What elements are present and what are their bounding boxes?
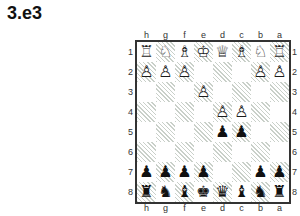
square-h4[interactable]	[137, 102, 156, 122]
square-c7[interactable]	[232, 162, 251, 182]
square-g7[interactable]: ♟	[156, 162, 175, 182]
square-h8[interactable]: ♜	[137, 182, 156, 202]
square-e4[interactable]	[194, 102, 213, 122]
square-h3[interactable]	[137, 82, 156, 102]
square-a7[interactable]: ♟	[270, 162, 289, 182]
black-pawn-g7[interactable]: ♟	[156, 162, 175, 182]
rank-label-right-5: 5	[289, 122, 300, 142]
square-c3[interactable]	[232, 82, 251, 102]
square-b8[interactable]: ♞	[251, 182, 270, 202]
square-g5[interactable]	[156, 122, 175, 142]
rank-label-right-2: 2	[289, 62, 300, 82]
square-e3[interactable]: ♟♙	[194, 82, 213, 102]
square-c6[interactable]	[232, 142, 251, 162]
white-pawn-h2[interactable]: ♟♙	[137, 62, 156, 82]
black-bishop-f8[interactable]: ♝	[175, 182, 194, 202]
rank-label-right-8: 8	[289, 182, 300, 202]
file-label-top-g: g	[156, 29, 175, 42]
white-pawn-a2[interactable]: ♟♙	[270, 62, 289, 82]
rank-label-left-7: 7	[124, 162, 137, 182]
square-f6[interactable]	[175, 142, 194, 162]
file-label-bottom-b: b	[251, 202, 270, 214]
square-b7[interactable]: ♟	[251, 162, 270, 182]
file-label-bottom-c: c	[232, 202, 251, 214]
square-b1[interactable]: ♞♘	[251, 42, 270, 62]
square-b3[interactable]	[251, 82, 270, 102]
square-h5[interactable]	[137, 122, 156, 142]
white-queen-d1[interactable]: ♛♕	[213, 42, 232, 62]
square-a2[interactable]: ♟♙	[270, 62, 289, 82]
black-pawn-e7[interactable]: ♟	[194, 162, 213, 182]
square-a6[interactable]	[270, 142, 289, 162]
rank-label-left-6: 6	[124, 142, 137, 162]
piece-outline-layer: ♖	[137, 42, 156, 62]
square-a5[interactable]	[270, 122, 289, 142]
white-pawn-d4[interactable]: ♟♙	[213, 102, 232, 122]
piece-outline-layer: ♙	[175, 62, 194, 82]
piece-outline-layer: ♙	[137, 62, 156, 82]
square-e1[interactable]: ♚♔	[194, 42, 213, 62]
rank-label-left-2: 2	[124, 62, 137, 82]
file-label-bottom-d: d	[213, 202, 232, 214]
file-label-top-c: c	[232, 29, 251, 42]
square-g3[interactable]	[156, 82, 175, 102]
piece-outline-layer: ♗	[232, 42, 251, 62]
square-f3[interactable]	[175, 82, 194, 102]
black-pawn-b7[interactable]: ♟	[251, 162, 270, 182]
black-rook-a8[interactable]: ♜	[270, 182, 289, 202]
file-label-top-a: a	[270, 29, 289, 42]
square-d5[interactable]: ♟	[213, 122, 232, 142]
black-pawn-f7[interactable]: ♟	[175, 162, 194, 182]
black-pawn-h7[interactable]: ♟	[137, 162, 156, 182]
rank-label-right-4: 4	[289, 102, 300, 122]
square-b2[interactable]: ♟♙	[251, 62, 270, 82]
square-d3[interactable]	[213, 82, 232, 102]
file-label-top-b: b	[251, 29, 270, 42]
chess-board: hhggffeeddccbbaa1122334455667788♜♖♞♘♝♗♚♔…	[124, 29, 300, 214]
square-a8[interactable]: ♜	[270, 182, 289, 202]
square-b5[interactable]	[251, 122, 270, 142]
move-title: 3.e3	[7, 3, 42, 24]
square-h2[interactable]: ♟♙	[137, 62, 156, 82]
square-h1[interactable]: ♜♖	[137, 42, 156, 62]
file-label-top-e: e	[194, 29, 213, 42]
piece-outline-layer: ♗	[175, 42, 194, 62]
file-label-bottom-h: h	[137, 202, 156, 214]
rank-label-right-1: 1	[289, 42, 300, 62]
piece-outline-layer: ♙	[270, 62, 289, 82]
white-rook-a1[interactable]: ♜♖	[270, 42, 289, 62]
file-label-bottom-a: a	[270, 202, 289, 214]
square-f7[interactable]: ♟	[175, 162, 194, 182]
square-c1[interactable]: ♝♗	[232, 42, 251, 62]
file-label-bottom-g: g	[156, 202, 175, 214]
square-c2[interactable]	[232, 62, 251, 82]
rank-label-left-8: 8	[124, 182, 137, 202]
piece-outline-layer: ♘	[251, 42, 270, 62]
square-f4[interactable]	[175, 102, 194, 122]
black-rook-h8[interactable]: ♜	[137, 182, 156, 202]
piece-outline-layer: ♖	[270, 42, 289, 62]
piece-outline-layer: ♘	[156, 42, 175, 62]
rank-label-right-7: 7	[289, 162, 300, 182]
file-label-top-d: d	[213, 29, 232, 42]
black-pawn-c5[interactable]: ♟	[232, 122, 251, 142]
rank-label-right-6: 6	[289, 142, 300, 162]
square-a1[interactable]: ♜♖	[270, 42, 289, 62]
square-h7[interactable]: ♟	[137, 162, 156, 182]
square-d4[interactable]: ♟♙	[213, 102, 232, 122]
white-pawn-c4[interactable]: ♟♙	[232, 102, 251, 122]
black-pawn-a7[interactable]: ♟	[270, 162, 289, 182]
white-pawn-f2[interactable]: ♟♙	[175, 62, 194, 82]
black-knight-g8[interactable]: ♞	[156, 182, 175, 202]
white-pawn-g2[interactable]: ♟♙	[156, 62, 175, 82]
square-g1[interactable]: ♞♘	[156, 42, 175, 62]
square-f2[interactable]: ♟♙	[175, 62, 194, 82]
square-g4[interactable]	[156, 102, 175, 122]
black-knight-b8[interactable]: ♞	[251, 182, 270, 202]
square-f1[interactable]: ♝♗	[175, 42, 194, 62]
piece-outline-layer: ♙	[251, 62, 270, 82]
piece-outline-layer: ♔	[194, 42, 213, 62]
black-queen-d8[interactable]: ♛	[213, 182, 232, 202]
square-g8[interactable]: ♞	[156, 182, 175, 202]
white-knight-b1[interactable]: ♞♘	[251, 42, 270, 62]
white-knight-g1[interactable]: ♞♘	[156, 42, 175, 62]
black-king-e8[interactable]: ♚	[194, 182, 213, 202]
square-f8[interactable]: ♝	[175, 182, 194, 202]
square-d6[interactable]	[213, 142, 232, 162]
square-a3[interactable]	[270, 82, 289, 102]
white-pawn-e3[interactable]: ♟♙	[194, 82, 213, 102]
square-h6[interactable]	[137, 142, 156, 162]
rank-label-left-5: 5	[124, 122, 137, 142]
file-label-top-f: f	[175, 29, 194, 42]
square-e2[interactable]	[194, 62, 213, 82]
square-d7[interactable]	[213, 162, 232, 182]
piece-outline-layer: ♕	[213, 42, 232, 62]
square-e5[interactable]	[194, 122, 213, 142]
white-pawn-b2[interactable]: ♟♙	[251, 62, 270, 82]
white-bishop-f1[interactable]: ♝♗	[175, 42, 194, 62]
square-c4[interactable]: ♟♙	[232, 102, 251, 122]
black-pawn-d5[interactable]: ♟	[213, 122, 232, 142]
piece-outline-layer: ♙	[232, 102, 251, 122]
white-bishop-c1[interactable]: ♝♗	[232, 42, 251, 62]
file-label-top-h: h	[137, 29, 156, 42]
piece-outline-layer: ♙	[194, 82, 213, 102]
white-king-e1[interactable]: ♚♔	[194, 42, 213, 62]
square-f5[interactable]	[175, 122, 194, 142]
square-a4[interactable]	[270, 102, 289, 122]
file-label-bottom-f: f	[175, 202, 194, 214]
square-e8[interactable]: ♚	[194, 182, 213, 202]
square-e7[interactable]: ♟	[194, 162, 213, 182]
rank-label-right-3: 3	[289, 82, 300, 102]
square-c5[interactable]: ♟	[232, 122, 251, 142]
square-b6[interactable]	[251, 142, 270, 162]
square-d8[interactable]: ♛	[213, 182, 232, 202]
piece-outline-layer: ♙	[156, 62, 175, 82]
square-d2[interactable]	[213, 62, 232, 82]
square-g2[interactable]: ♟♙	[156, 62, 175, 82]
file-label-bottom-e: e	[194, 202, 213, 214]
square-e6[interactable]	[194, 142, 213, 162]
square-g6[interactable]	[156, 142, 175, 162]
rank-label-left-4: 4	[124, 102, 137, 122]
white-rook-h1[interactable]: ♜♖	[137, 42, 156, 62]
rank-label-left-3: 3	[124, 82, 137, 102]
rank-label-left-1: 1	[124, 42, 137, 62]
square-c8[interactable]: ♝	[232, 182, 251, 202]
square-d1[interactable]: ♛♕	[213, 42, 232, 62]
piece-outline-layer: ♙	[213, 102, 232, 122]
square-b4[interactable]	[251, 102, 270, 122]
black-bishop-c8[interactable]: ♝	[232, 182, 251, 202]
